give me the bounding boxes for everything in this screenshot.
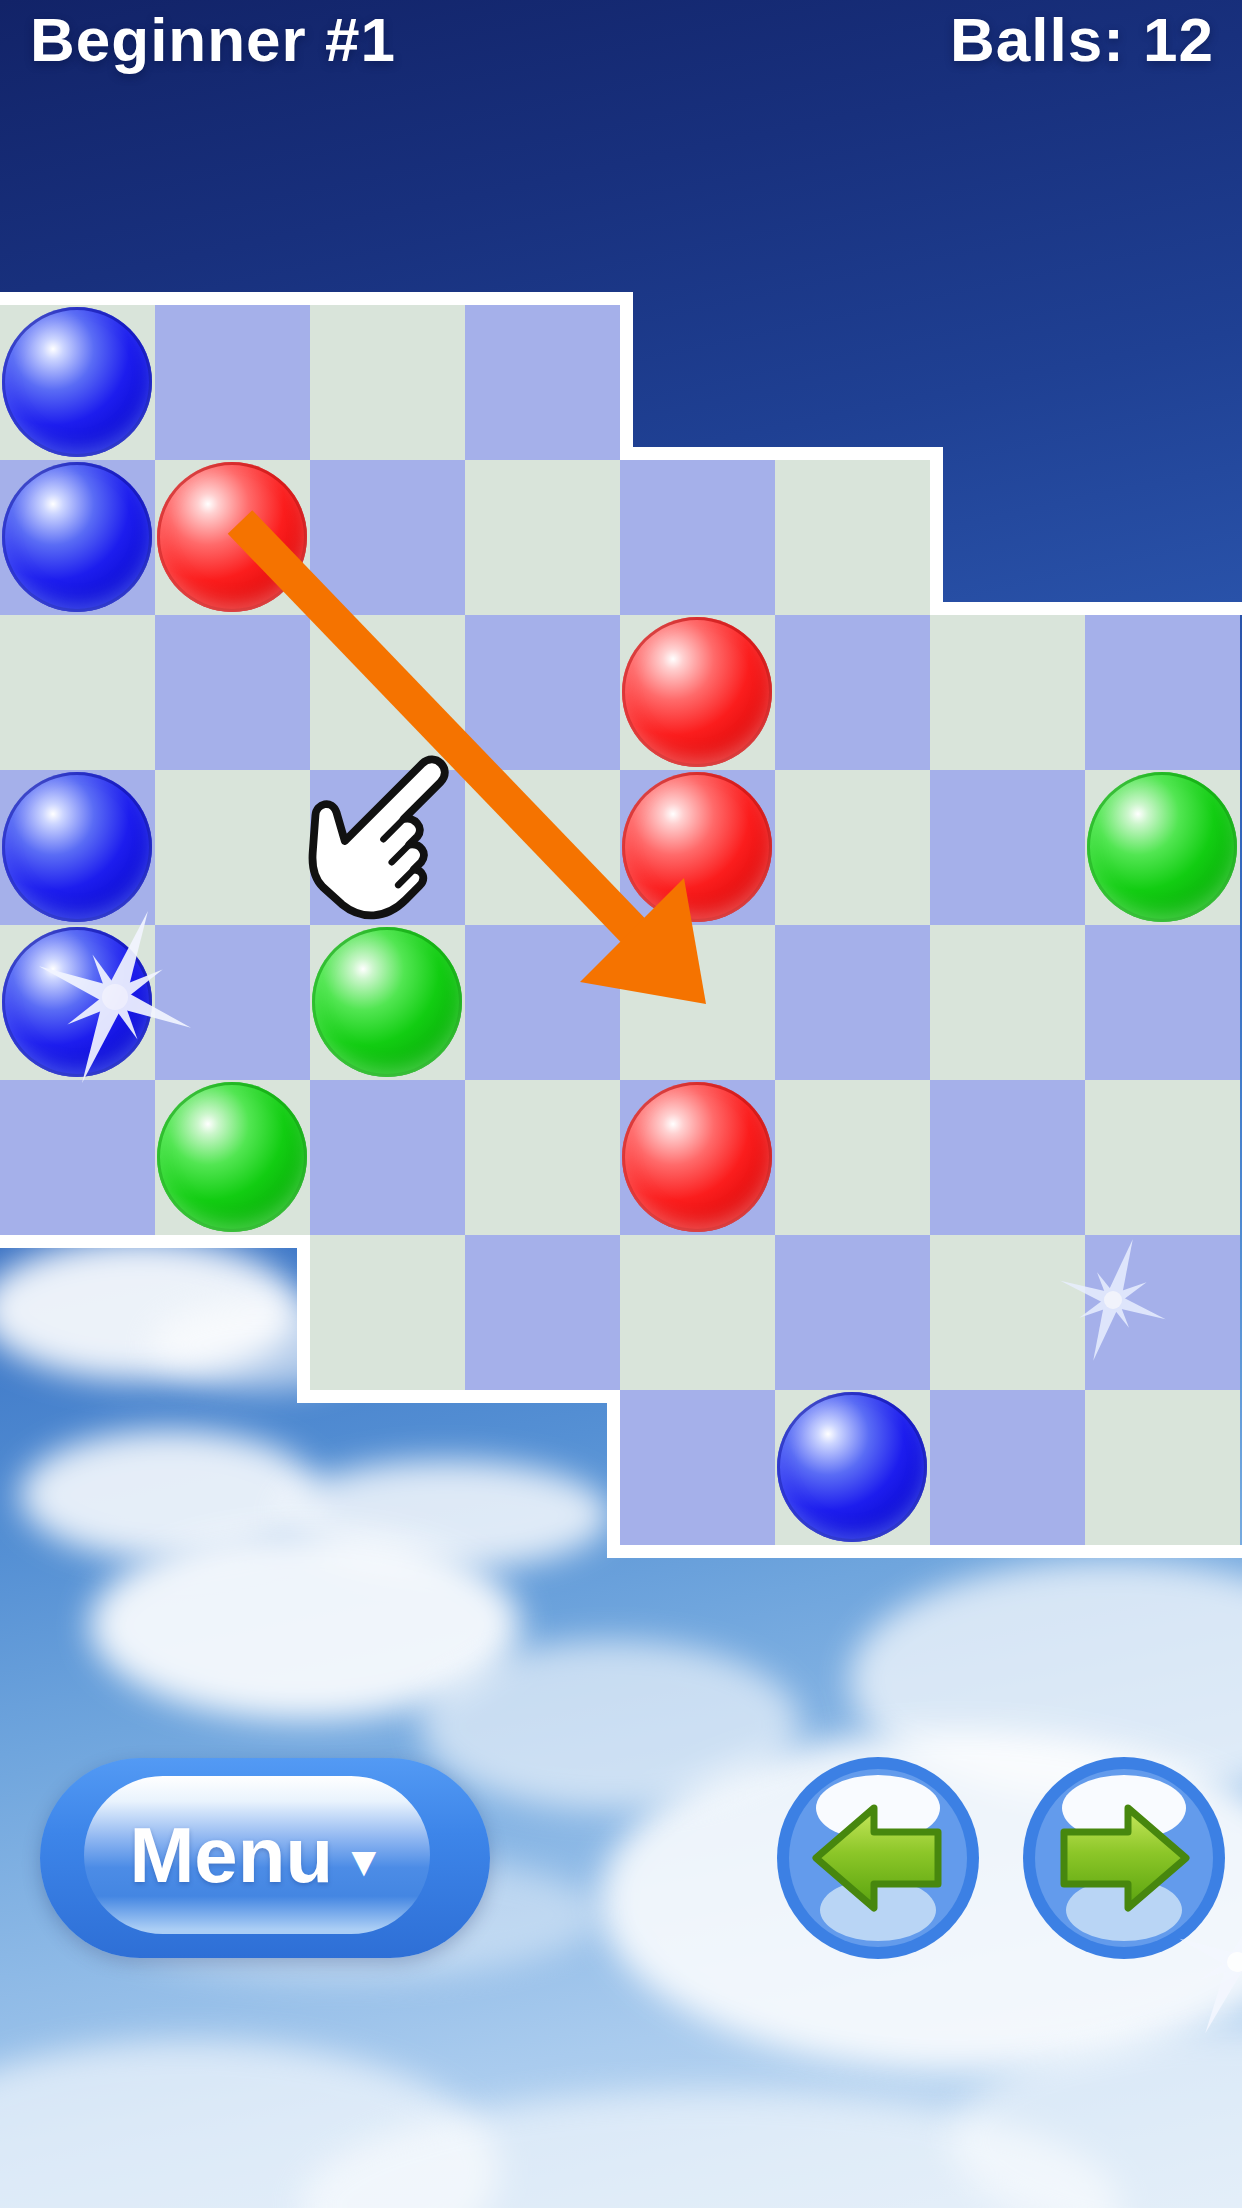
red-ball[interactable] — [622, 772, 772, 922]
board-cell-r5c2[interactable] — [310, 1080, 465, 1235]
board-cell-r5c6[interactable] — [930, 1080, 1085, 1235]
blue-ball[interactable] — [2, 772, 152, 922]
board-cell-r2c7[interactable] — [1085, 615, 1240, 770]
board-cell-r4c4[interactable] — [620, 925, 775, 1080]
green-ball[interactable] — [1087, 772, 1237, 922]
board-cell-r4c6[interactable] — [930, 925, 1085, 1080]
board-cell-r4c5[interactable] — [775, 925, 930, 1080]
board-cell-r6c5[interactable] — [775, 1235, 930, 1390]
board-cell-r6c6[interactable] — [930, 1235, 1085, 1390]
board-cell-r1c4[interactable] — [620, 460, 775, 615]
board-cell-r5c7[interactable] — [1085, 1080, 1240, 1235]
board-cell-r5c0[interactable] — [0, 1080, 155, 1235]
board-cell-r3c2[interactable] — [310, 770, 465, 925]
board-cell-r3c7[interactable] — [1085, 770, 1240, 925]
board-cell-r3c0[interactable] — [0, 770, 155, 925]
board-cell-r1c5[interactable] — [775, 460, 930, 615]
game-board — [0, 305, 1242, 1545]
board-cell-r5c1[interactable] — [155, 1080, 310, 1235]
board-cell-r0c2[interactable] — [310, 305, 465, 460]
board-cell-r4c2[interactable] — [310, 925, 465, 1080]
blue-ball[interactable] — [2, 927, 152, 1077]
chevron-down-icon: ▼ — [343, 1824, 385, 1886]
level-title: Beginner #1 — [30, 4, 396, 75]
board-cell-r5c5[interactable] — [775, 1080, 930, 1235]
previous-level-button[interactable] — [775, 1755, 981, 1961]
board-cell-r2c6[interactable] — [930, 615, 1085, 770]
board-cell-r4c0[interactable] — [0, 925, 155, 1080]
header-bar: Beginner #1 Balls: 12 — [0, 0, 1242, 100]
green-ball[interactable] — [312, 927, 462, 1077]
board-cell-r0c1[interactable] — [155, 305, 310, 460]
board-cell-r0c3[interactable] — [465, 305, 620, 460]
board-cell-r4c3[interactable] — [465, 925, 620, 1080]
blue-ball[interactable] — [2, 462, 152, 612]
game-screen: Beginner #1 Balls: 12 — [0, 0, 1242, 2208]
menu-button-face: Menu ▼ — [84, 1776, 430, 1934]
board-cell-r7c5[interactable] — [775, 1390, 930, 1545]
blue-ball[interactable] — [2, 307, 152, 457]
board-cell-r2c0[interactable] — [0, 615, 155, 770]
menu-button-label: Menu — [129, 1810, 333, 1901]
board-cell-r7c7[interactable] — [1085, 1390, 1240, 1545]
board-cell-r3c6[interactable] — [930, 770, 1085, 925]
board-cell-r1c2[interactable] — [310, 460, 465, 615]
board-cell-r2c4[interactable] — [620, 615, 775, 770]
board-cell-r6c3[interactable] — [465, 1235, 620, 1390]
next-level-button[interactable] — [1021, 1755, 1227, 1961]
menu-button[interactable]: Menu ▼ — [40, 1758, 490, 1958]
board-cell-r4c7[interactable] — [1085, 925, 1240, 1080]
red-ball[interactable] — [157, 462, 307, 612]
board-cell-r6c4[interactable] — [620, 1235, 775, 1390]
red-ball[interactable] — [622, 617, 772, 767]
board-cell-r6c2[interactable] — [310, 1235, 465, 1390]
board-cell-r2c5[interactable] — [775, 615, 930, 770]
board-cell-r5c3[interactable] — [465, 1080, 620, 1235]
board-cell-r2c1[interactable] — [155, 615, 310, 770]
board-cell-r7c6[interactable] — [930, 1390, 1085, 1545]
board-cell-r3c4[interactable] — [620, 770, 775, 925]
board-cell-r2c2[interactable] — [310, 615, 465, 770]
board-cell-r4c1[interactable] — [155, 925, 310, 1080]
red-ball[interactable] — [622, 1082, 772, 1232]
board-cell-r2c3[interactable] — [465, 615, 620, 770]
blue-ball[interactable] — [777, 1392, 927, 1542]
board-cell-r1c0[interactable] — [0, 460, 155, 615]
board-cell-r3c5[interactable] — [775, 770, 930, 925]
board-cell-r1c1[interactable] — [155, 460, 310, 615]
board-cell-r3c1[interactable] — [155, 770, 310, 925]
board-cell-r3c3[interactable] — [465, 770, 620, 925]
board-cell-r7c4[interactable] — [620, 1390, 775, 1545]
board-cell-r5c4[interactable] — [620, 1080, 775, 1235]
board-cell-r0c0[interactable] — [0, 305, 155, 460]
board-cell-r1c3[interactable] — [465, 460, 620, 615]
balls-counter: Balls: 12 — [950, 4, 1214, 75]
green-ball[interactable] — [157, 1082, 307, 1232]
board-cell-r6c7[interactable] — [1085, 1235, 1240, 1390]
